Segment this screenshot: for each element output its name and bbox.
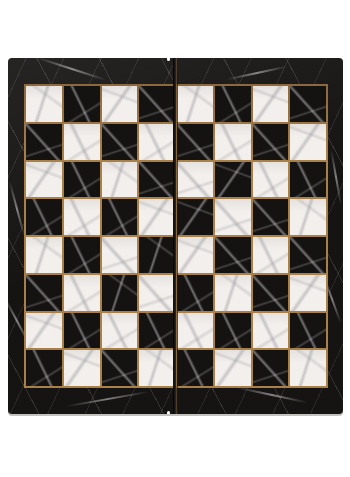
square-f2 bbox=[215, 313, 251, 349]
square-c4 bbox=[102, 237, 138, 273]
square-c1 bbox=[102, 350, 138, 386]
square-c6 bbox=[102, 162, 138, 198]
square-e8 bbox=[177, 86, 213, 122]
square-f7 bbox=[215, 124, 251, 160]
marble-vein bbox=[66, 391, 149, 408]
square-e3 bbox=[177, 275, 213, 311]
square-f4 bbox=[215, 237, 251, 273]
square-g5 bbox=[253, 199, 289, 235]
square-d3 bbox=[139, 275, 175, 311]
square-a2 bbox=[26, 313, 62, 349]
product-photo bbox=[0, 0, 350, 477]
square-b6 bbox=[64, 162, 100, 198]
square-d7 bbox=[139, 124, 175, 160]
marble-vein bbox=[226, 66, 287, 81]
marble-vein bbox=[37, 57, 106, 81]
square-g2 bbox=[253, 313, 289, 349]
chessboard bbox=[8, 58, 343, 414]
square-g7 bbox=[253, 124, 289, 160]
square-e5 bbox=[177, 199, 213, 235]
square-a6 bbox=[26, 162, 62, 198]
marble-vein bbox=[237, 387, 308, 404]
square-e4 bbox=[177, 237, 213, 273]
square-h5 bbox=[290, 199, 326, 235]
square-e7 bbox=[177, 124, 213, 160]
fold-gap-bottom bbox=[167, 411, 170, 414]
square-a1 bbox=[26, 350, 62, 386]
square-a7 bbox=[26, 124, 62, 160]
square-g4 bbox=[253, 237, 289, 273]
square-a5 bbox=[26, 199, 62, 235]
square-d1 bbox=[139, 350, 175, 386]
square-g1 bbox=[253, 350, 289, 386]
fold-seam bbox=[173, 58, 178, 414]
square-b5 bbox=[64, 199, 100, 235]
square-b8 bbox=[64, 86, 100, 122]
marble-vein bbox=[330, 149, 342, 204]
square-c8 bbox=[102, 86, 138, 122]
square-f1 bbox=[215, 350, 251, 386]
fold-gap-top bbox=[167, 58, 170, 61]
square-a3 bbox=[26, 275, 62, 311]
square-g3 bbox=[253, 275, 289, 311]
square-c7 bbox=[102, 124, 138, 160]
marble-vein bbox=[9, 181, 26, 238]
square-a8 bbox=[26, 86, 62, 122]
square-g6 bbox=[253, 162, 289, 198]
square-d4 bbox=[139, 237, 175, 273]
square-f6 bbox=[215, 162, 251, 198]
square-c5 bbox=[102, 199, 138, 235]
square-b4 bbox=[64, 237, 100, 273]
square-b3 bbox=[64, 275, 100, 311]
square-e2 bbox=[177, 313, 213, 349]
square-f3 bbox=[215, 275, 251, 311]
square-h7 bbox=[290, 124, 326, 160]
square-b7 bbox=[64, 124, 100, 160]
square-f8 bbox=[215, 86, 251, 122]
square-h1 bbox=[290, 350, 326, 386]
square-c2 bbox=[102, 313, 138, 349]
square-e6 bbox=[177, 162, 213, 198]
square-c3 bbox=[102, 275, 138, 311]
square-h6 bbox=[290, 162, 326, 198]
square-f5 bbox=[215, 199, 251, 235]
square-g8 bbox=[253, 86, 289, 122]
square-b1 bbox=[64, 350, 100, 386]
square-h4 bbox=[290, 237, 326, 273]
square-h2 bbox=[290, 313, 326, 349]
square-h8 bbox=[290, 86, 326, 122]
square-h3 bbox=[290, 275, 326, 311]
square-b2 bbox=[64, 313, 100, 349]
square-d8 bbox=[139, 86, 175, 122]
square-a4 bbox=[26, 237, 62, 273]
square-d6 bbox=[139, 162, 175, 198]
square-d5 bbox=[139, 199, 175, 235]
square-d2 bbox=[139, 313, 175, 349]
square-e1 bbox=[177, 350, 213, 386]
